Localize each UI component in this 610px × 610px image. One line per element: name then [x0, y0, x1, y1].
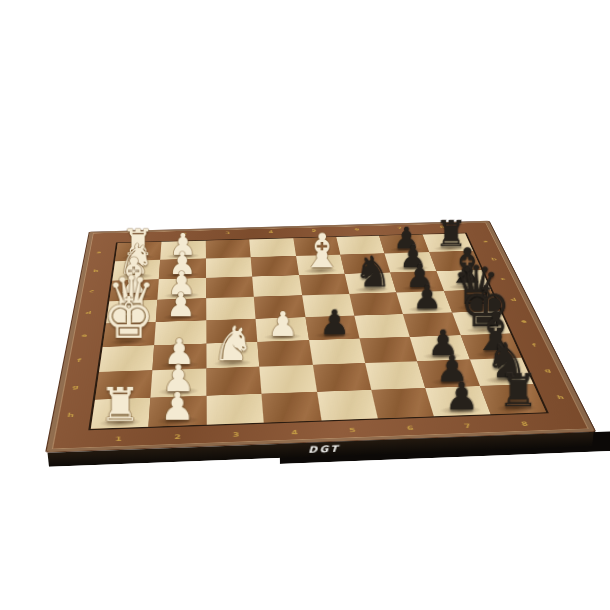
- black-pawn-h7[interactable]: ♟: [445, 378, 479, 414]
- rank-label-far-6: 6: [354, 228, 360, 231]
- rank-label-far-3: 3: [225, 232, 230, 235]
- product-photo-scene: DGT ♜♟♟♜♞♟♝♟♝♟♞♟♝♛♟♟♛♚♟♟♚♟♞♟♝♟♟♞♜♟♟♜ aa1…: [0, 0, 610, 610]
- square-b3[interactable]: [206, 258, 253, 278]
- rank-label-near-8: 8: [520, 422, 529, 428]
- square-h6[interactable]: [371, 388, 434, 419]
- rank-label-near-7: 7: [464, 424, 472, 430]
- square-g3[interactable]: [206, 367, 261, 396]
- white-pawn-h2[interactable]: ♟: [161, 388, 195, 424]
- rank-label-near-6: 6: [406, 426, 414, 432]
- dgt-logo: DGT: [308, 444, 340, 454]
- rank-label-far-4: 4: [268, 231, 273, 234]
- board-grid: ♜♟♟♜♞♟♝♟♝♟♞♟♝♛♟♟♛♚♟♟♚♟♞♟♝♟♟♞♜♟♟♜: [88, 233, 549, 431]
- white-king-e1[interactable]: ♚: [103, 291, 154, 345]
- black-knight-c6[interactable]: ♞: [354, 252, 392, 292]
- black-rook-h8[interactable]: ♜: [497, 369, 538, 412]
- chess-board: DGT ♜♟♟♜♞♟♝♟♝♟♞♟♝♛♟♟♛♚♟♟♚♟♞♟♝♟♟♞♜♟♟♜ aa1…: [45, 221, 596, 453]
- square-a4[interactable]: [249, 238, 295, 257]
- file-label-left-f: f: [77, 358, 82, 363]
- file-label-left-c: c: [89, 290, 94, 294]
- square-e5[interactable]: ♟: [305, 316, 359, 341]
- square-f3[interactable]: ♞: [206, 342, 259, 369]
- white-bishop-b5[interactable]: ♝: [300, 229, 342, 273]
- square-e6[interactable]: [354, 314, 410, 339]
- file-label-left-g: g: [72, 385, 79, 390]
- square-h5[interactable]: [316, 390, 377, 421]
- file-label-right-g: g: [543, 368, 551, 373]
- square-f5[interactable]: [309, 339, 365, 365]
- rank-label-near-2: 2: [174, 434, 181, 440]
- square-f1[interactable]: [99, 345, 155, 372]
- square-a3[interactable]: [206, 240, 251, 259]
- file-label-right-f: f: [531, 343, 537, 348]
- square-e4[interactable]: ♟: [256, 317, 309, 342]
- board-frame: ♜♟♟♜♞♟♝♟♝♟♞♟♝♛♟♟♛♚♟♟♚♟♞♟♝♟♟♞♜♟♟♜ aa11bb2…: [45, 221, 596, 453]
- square-c3[interactable]: [206, 277, 254, 299]
- square-h2[interactable]: ♟: [149, 396, 207, 427]
- square-c6[interactable]: ♞: [345, 273, 397, 295]
- square-h3[interactable]: [206, 394, 264, 425]
- square-d2[interactable]: ♟: [156, 298, 206, 321]
- white-rook-h1[interactable]: ♜: [99, 382, 141, 426]
- rank-label-near-4: 4: [291, 430, 298, 436]
- square-g6[interactable]: [365, 362, 425, 390]
- file-label-left-a: a: [96, 251, 101, 254]
- square-d7[interactable]: ♟: [397, 291, 452, 314]
- rank-label-near-5: 5: [349, 428, 357, 434]
- white-knight-f3[interactable]: ♞: [212, 322, 254, 367]
- square-g4[interactable]: [259, 365, 316, 394]
- square-h1[interactable]: ♜: [91, 398, 151, 429]
- file-label-right-e: e: [520, 320, 527, 324]
- file-label-left-b: b: [93, 270, 99, 274]
- square-b5[interactable]: ♝: [296, 255, 345, 275]
- square-b4[interactable]: [251, 256, 299, 276]
- white-pawn-d2[interactable]: ♟: [166, 289, 196, 320]
- file-label-left-e: e: [81, 334, 87, 338]
- square-f4[interactable]: [257, 340, 312, 367]
- square-f6[interactable]: [359, 337, 417, 363]
- black-pawn-d7[interactable]: ♟: [412, 281, 441, 312]
- square-c4[interactable]: [252, 275, 301, 297]
- square-g5[interactable]: [312, 363, 371, 391]
- file-label-left-h: h: [67, 413, 75, 419]
- square-c5[interactable]: [299, 274, 350, 296]
- white-pawn-e4[interactable]: ♟: [268, 308, 299, 340]
- square-h8[interactable]: ♜: [480, 384, 547, 414]
- file-label-left-d: d: [85, 311, 91, 315]
- rank-label-near-1: 1: [115, 437, 122, 443]
- square-h4[interactable]: [262, 392, 321, 423]
- rank-label-near-3: 3: [233, 432, 240, 438]
- square-e1[interactable]: ♚: [103, 322, 156, 347]
- file-label-right-h: h: [556, 395, 565, 400]
- black-pawn-e5[interactable]: ♟: [319, 306, 350, 338]
- square-d6[interactable]: [349, 293, 403, 316]
